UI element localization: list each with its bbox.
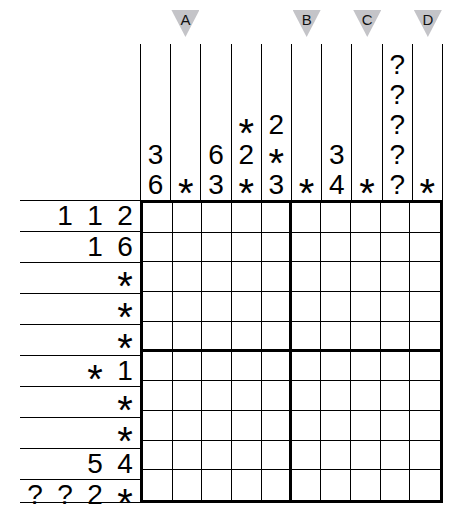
column-clue-slot: 3 <box>201 170 230 200</box>
cell-r8c5[interactable] <box>262 411 292 441</box>
marker-a: A <box>171 10 199 37</box>
cell-r2c9[interactable] <box>381 233 411 263</box>
clue-value: 3 <box>329 140 345 170</box>
clue-value: 2 <box>269 110 285 140</box>
clue-value: ? <box>389 50 405 80</box>
cell-r2c3[interactable] <box>202 233 232 263</box>
column-clue-8: * <box>351 44 381 200</box>
cell-r1c7[interactable] <box>321 203 351 233</box>
clue-value: * <box>269 148 285 178</box>
column-clue-5: 2*3 <box>261 44 291 200</box>
cell-r4c2[interactable] <box>173 292 203 322</box>
column-clue-slot: * <box>232 170 261 200</box>
cell-r8c9[interactable] <box>381 411 411 441</box>
cell-r7c3[interactable] <box>202 381 232 411</box>
nonogram-puzzle: ABCD 36*63*2*2*3*34*?????* 11216****1**5… <box>0 0 465 532</box>
clue-value: 2 <box>87 480 103 510</box>
clue-value: ? <box>389 80 405 110</box>
marker-label: A <box>171 12 199 27</box>
row-clue-slot: 5 <box>80 449 110 479</box>
cell-r4c8[interactable] <box>351 292 381 322</box>
column-clue-slot: 3 <box>141 140 170 170</box>
cell-r9c1[interactable] <box>143 441 173 471</box>
column-clue-slot: 3 <box>322 140 351 170</box>
cell-r1c4[interactable] <box>232 203 262 233</box>
marker-c: C <box>353 10 381 37</box>
cell-r7c6[interactable] <box>292 381 322 411</box>
cell-r5c7[interactable] <box>321 322 351 352</box>
cell-r5c3[interactable] <box>202 322 232 352</box>
clue-value: 1 <box>87 201 103 231</box>
cell-r2c1[interactable] <box>143 233 173 263</box>
cell-r3c2[interactable] <box>173 262 203 292</box>
cell-r9c8[interactable] <box>351 441 381 471</box>
cell-r3c6[interactable] <box>292 262 322 292</box>
clue-value: 1 <box>57 201 73 231</box>
column-clue-3: 63 <box>200 44 230 200</box>
marker-label: D <box>414 12 442 27</box>
marker-label: C <box>353 12 381 27</box>
cell-r2c5[interactable] <box>262 233 292 263</box>
clue-value: * <box>87 364 103 394</box>
row-clue-slot: 1 <box>80 201 110 231</box>
column-clue-slot: ? <box>383 140 412 170</box>
cell-r8c4[interactable] <box>232 411 262 441</box>
cell-r6c9[interactable] <box>381 352 411 382</box>
cell-r7c7[interactable] <box>321 381 351 411</box>
clue-value: ? <box>27 480 43 510</box>
column-clue-4: *2* <box>231 44 261 200</box>
clue-value: * <box>117 488 133 518</box>
cell-r10c4[interactable] <box>232 470 262 500</box>
cell-r1c5[interactable] <box>262 203 292 233</box>
column-clues: 36*63*2*2*3*34*?????* <box>140 44 443 200</box>
cell-r6c10[interactable] <box>410 352 440 382</box>
column-clue-1: 36 <box>140 44 170 200</box>
row-clue-slot: 2 <box>110 201 140 231</box>
row-clue-slot: 2 <box>80 480 110 510</box>
column-clue-2: * <box>170 44 200 200</box>
cell-r8c8[interactable] <box>351 411 381 441</box>
column-clue-10: * <box>412 44 442 200</box>
clue-value: 3 <box>208 170 224 200</box>
column-clue-slot: * <box>232 110 261 140</box>
cell-r3c8[interactable] <box>351 262 381 292</box>
row-clue-slot: * <box>80 356 110 386</box>
clue-value: 6 <box>208 140 224 170</box>
cell-r6c2[interactable] <box>173 352 203 382</box>
cell-r6c3[interactable] <box>202 352 232 382</box>
column-clue-slot: * <box>413 170 442 200</box>
cell-r3c9[interactable] <box>381 262 411 292</box>
cell-r9c2[interactable] <box>173 441 203 471</box>
cell-r7c8[interactable] <box>351 381 381 411</box>
cell-r4c1[interactable] <box>143 292 173 322</box>
cell-r8c7[interactable] <box>321 411 351 441</box>
clue-value: * <box>117 333 133 363</box>
column-clue-7: 34 <box>321 44 351 200</box>
clue-value: 5 <box>87 449 103 479</box>
cell-r9c9[interactable] <box>381 441 411 471</box>
cell-r5c1[interactable] <box>143 322 173 352</box>
cell-r8c3[interactable] <box>202 411 232 441</box>
cell-r10c8[interactable] <box>351 470 381 500</box>
cell-r2c6[interactable] <box>292 233 322 263</box>
cell-r4c9[interactable] <box>381 292 411 322</box>
row-clue-slot: * <box>110 387 140 417</box>
cell-r9c7[interactable] <box>321 441 351 471</box>
cell-r2c8[interactable] <box>351 233 381 263</box>
column-clue-slot: * <box>352 170 381 200</box>
cell-r2c7[interactable] <box>321 233 351 263</box>
cell-r6c5[interactable] <box>262 352 292 382</box>
clue-value: 3 <box>148 140 164 170</box>
marker-d: D <box>414 10 442 37</box>
cell-r5c6[interactable] <box>292 322 322 352</box>
column-clue-slot: ? <box>383 80 412 110</box>
cell-r4c3[interactable] <box>202 292 232 322</box>
row-clue-slot: * <box>110 418 140 448</box>
clue-value: * <box>238 118 254 148</box>
column-clue-slot: * <box>262 140 291 170</box>
cell-r10c10[interactable] <box>410 470 440 500</box>
cell-r10c1[interactable] <box>143 470 173 500</box>
row-clue-slot: 1 <box>50 201 80 231</box>
cell-r5c2[interactable] <box>173 322 203 352</box>
column-clue-slot: ? <box>383 110 412 140</box>
column-clue-slot: 6 <box>141 170 170 200</box>
row-clue-slot: ? <box>50 480 80 510</box>
cell-r5c5[interactable] <box>262 322 292 352</box>
cell-r8c10[interactable] <box>410 411 440 441</box>
cell-r5c8[interactable] <box>351 322 381 352</box>
clue-value: * <box>117 426 133 456</box>
row-clue-slot: * <box>110 325 140 355</box>
row-clue-7: * <box>20 386 140 417</box>
row-clues: 11216****1**54??2* <box>20 200 140 503</box>
cell-r6c1[interactable] <box>143 352 173 382</box>
row-clue-slot: * <box>110 480 140 510</box>
cell-r9c6[interactable] <box>292 441 322 471</box>
puzzle-board <box>140 200 443 503</box>
cell-r6c7[interactable] <box>321 352 351 382</box>
cell-r2c2[interactable] <box>173 233 203 263</box>
cell-r10c7[interactable] <box>321 470 351 500</box>
clue-value: 4 <box>329 170 345 200</box>
cell-r1c9[interactable] <box>381 203 411 233</box>
cell-r9c4[interactable] <box>232 441 262 471</box>
cell-r8c6[interactable] <box>292 411 322 441</box>
column-clue-slot: 4 <box>322 170 351 200</box>
cell-r3c1[interactable] <box>143 262 173 292</box>
cell-r3c5[interactable] <box>262 262 292 292</box>
cell-r4c7[interactable] <box>321 292 351 322</box>
cell-r8c1[interactable] <box>143 411 173 441</box>
row-clue-2: 16 <box>20 231 140 262</box>
cell-r10c9[interactable] <box>381 470 411 500</box>
cell-r7c5[interactable] <box>262 381 292 411</box>
column-clue-slot: ? <box>383 50 412 80</box>
cell-r4c6[interactable] <box>292 292 322 322</box>
cell-r9c10[interactable] <box>410 441 440 471</box>
clue-value: 1 <box>87 232 103 262</box>
clue-value: ? <box>389 140 405 170</box>
clue-value: ? <box>57 480 73 510</box>
cell-r7c9[interactable] <box>381 381 411 411</box>
row-clue-slot: ? <box>20 480 50 510</box>
cell-r7c2[interactable] <box>173 381 203 411</box>
cell-r8c2[interactable] <box>173 411 203 441</box>
cell-r7c10[interactable] <box>410 381 440 411</box>
cell-r2c4[interactable] <box>232 233 262 263</box>
cell-r7c4[interactable] <box>232 381 262 411</box>
cell-r1c10[interactable] <box>410 203 440 233</box>
cell-r9c5[interactable] <box>262 441 292 471</box>
clue-value: 6 <box>117 232 133 262</box>
cell-r3c4[interactable] <box>232 262 262 292</box>
clue-value: 2 <box>117 201 133 231</box>
cell-r6c6[interactable] <box>292 352 322 382</box>
column-clue-9: ????? <box>382 44 412 200</box>
column-clue-slot: * <box>171 170 200 200</box>
cell-r10c5[interactable] <box>262 470 292 500</box>
cell-r7c1[interactable] <box>143 381 173 411</box>
cell-r9c3[interactable] <box>202 441 232 471</box>
clue-value: 6 <box>148 170 164 200</box>
cell-r10c6[interactable] <box>292 470 322 500</box>
cell-r6c8[interactable] <box>351 352 381 382</box>
row-clue-slot: 1 <box>80 232 110 262</box>
cell-r5c10[interactable] <box>410 322 440 352</box>
cell-r4c5[interactable] <box>262 292 292 322</box>
column-clue-6: * <box>291 44 321 200</box>
cell-r2c10[interactable] <box>410 233 440 263</box>
row-clue-4: * <box>20 293 140 324</box>
cell-r1c8[interactable] <box>351 203 381 233</box>
row-clue-10: ??2* <box>20 479 140 510</box>
cell-r6c4[interactable] <box>232 352 262 382</box>
marker-b: B <box>293 10 321 37</box>
cell-r3c7[interactable] <box>321 262 351 292</box>
column-clue-slot: 6 <box>201 140 230 170</box>
cell-r1c6[interactable] <box>292 203 322 233</box>
row-clue-3: * <box>20 262 140 293</box>
cell-r4c10[interactable] <box>410 292 440 322</box>
column-clue-slot: 2 <box>262 110 291 140</box>
cell-r1c1[interactable] <box>143 203 173 233</box>
marker-label: B <box>293 12 321 27</box>
cell-r5c9[interactable] <box>381 322 411 352</box>
row-clue-slot: 6 <box>110 232 140 262</box>
row-clue-slot: * <box>110 294 140 324</box>
column-clue-slot: ? <box>383 170 412 200</box>
cell-r1c2[interactable] <box>173 203 203 233</box>
column-clue-slot: * <box>292 170 321 200</box>
row-clue-1: 112 <box>20 200 140 231</box>
cell-r1c3[interactable] <box>202 203 232 233</box>
cell-r10c3[interactable] <box>202 470 232 500</box>
cell-r3c3[interactable] <box>202 262 232 292</box>
cell-r3c10[interactable] <box>410 262 440 292</box>
cell-r10c2[interactable] <box>173 470 203 500</box>
row-clue-5: * <box>20 324 140 355</box>
clue-value: ? <box>389 110 405 140</box>
cell-r5c4[interactable] <box>232 322 262 352</box>
clue-value: ? <box>389 170 405 200</box>
row-clue-slot: * <box>110 263 140 293</box>
row-clue-8: * <box>20 417 140 448</box>
cell-r4c4[interactable] <box>232 292 262 322</box>
